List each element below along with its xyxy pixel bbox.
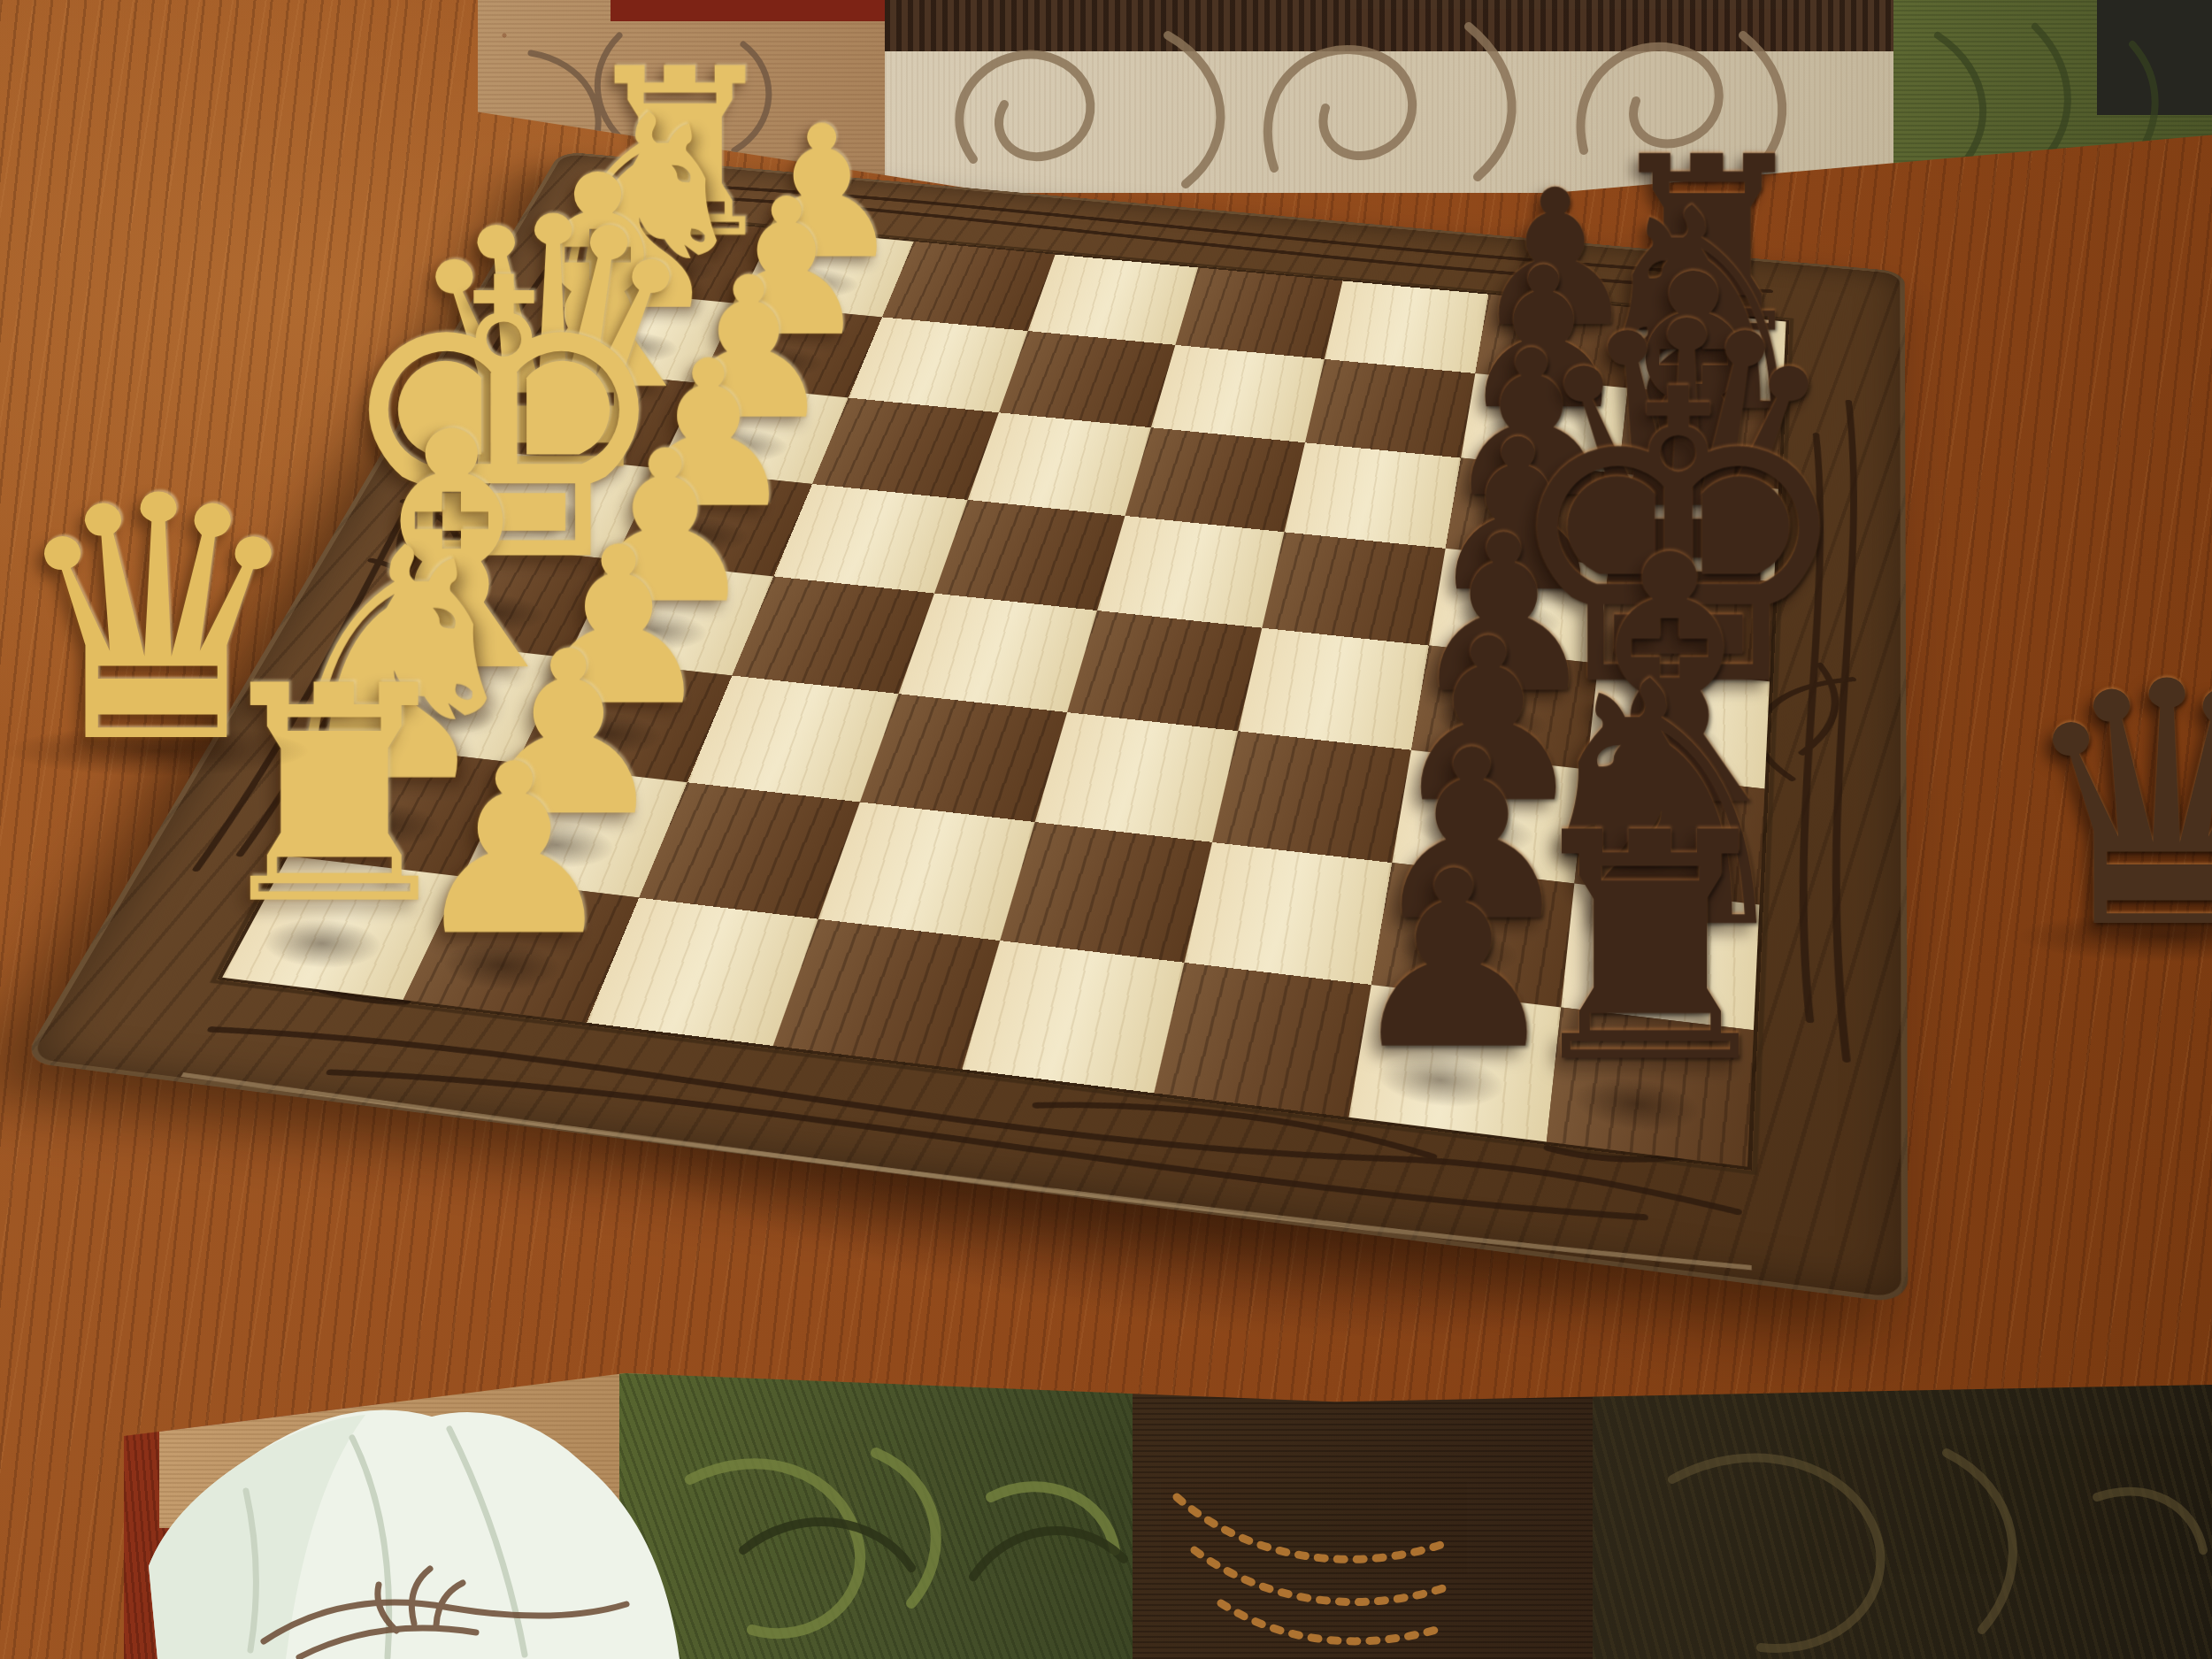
cloth-piece-bag[interactable] (131, 1385, 697, 1659)
chess-photo-scene: ♜♟♟♜♞♟♟♞♝♟♟♝♛♟♟♛♚♟♟♚♝♟♟♝♞♟♟♞♜♟♟♜ ♛ ♛ (0, 0, 2212, 1659)
square-a4[interactable] (1028, 255, 1198, 345)
square-b4[interactable] (999, 331, 1175, 427)
square-a3[interactable] (882, 242, 1056, 331)
square-d4[interactable] (934, 500, 1125, 611)
square-h5[interactable] (962, 941, 1184, 1093)
black-rook-h8[interactable]: ♜ (1509, 793, 1791, 1107)
square-e4[interactable] (899, 594, 1097, 712)
white-spare-queen[interactable]: ♛ (7, 453, 309, 789)
square-h6[interactable] (1154, 963, 1371, 1118)
square-h8[interactable]: ♜ (1547, 1007, 1754, 1166)
square-b5[interactable] (1151, 345, 1325, 442)
black-spare-queen[interactable]: ♛ (2016, 639, 2212, 975)
square-g5[interactable] (1000, 822, 1212, 963)
white-pawn-h2[interactable]: ♟ (409, 733, 619, 968)
